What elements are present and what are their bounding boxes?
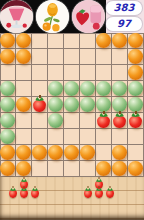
board-cell-r6c4[interactable] bbox=[48, 113, 64, 129]
board-cell-r6c3[interactable] bbox=[32, 113, 48, 129]
board-cell-r8c6[interactable] bbox=[80, 145, 96, 161]
strawberry-piece bbox=[97, 116, 110, 128]
board-cell-r4c1[interactable] bbox=[0, 81, 16, 97]
board-cell-r8c4[interactable] bbox=[48, 145, 64, 161]
orange-piece bbox=[128, 33, 143, 48]
orange-piece bbox=[0, 161, 15, 176]
board-cell-r1c9[interactable] bbox=[128, 33, 144, 49]
board-cell-r3c4[interactable] bbox=[48, 65, 64, 81]
green-apple-piece bbox=[64, 97, 79, 112]
orange-piece bbox=[16, 49, 31, 64]
collected-strawberry bbox=[106, 190, 114, 198]
board-cell-r8c7[interactable] bbox=[96, 145, 112, 161]
orange-piece bbox=[112, 33, 127, 48]
orange-piece bbox=[64, 145, 79, 160]
score-badge-top: 383 bbox=[106, 1, 142, 15]
board-cell-r2c6[interactable] bbox=[80, 49, 96, 65]
board-cell-r1c2[interactable] bbox=[16, 33, 32, 49]
board-cell-r7c3[interactable] bbox=[32, 129, 48, 145]
board-cell-r4c5[interactable] bbox=[64, 81, 80, 97]
board-cell-r6c2[interactable] bbox=[16, 113, 32, 129]
orange-piece bbox=[96, 161, 111, 176]
board-cell-r4c9[interactable] bbox=[128, 81, 144, 97]
strawberry-dessert-icon bbox=[72, 0, 105, 33]
board-cell-r5c5[interactable] bbox=[64, 97, 80, 113]
board-cell-r6c7[interactable] bbox=[96, 113, 112, 129]
board-cell-r5c3[interactable] bbox=[32, 97, 48, 113]
board-cell-r6c6[interactable] bbox=[80, 113, 96, 129]
board-cell-r8c5[interactable] bbox=[64, 145, 80, 161]
board-cell-r7c5[interactable] bbox=[64, 129, 80, 145]
orange-piece bbox=[16, 145, 31, 160]
board-cell-r7c4[interactable] bbox=[48, 129, 64, 145]
orange-piece bbox=[128, 49, 143, 64]
green-apple-piece bbox=[128, 81, 143, 96]
strawberry-dessert-recipe-icon[interactable] bbox=[72, 0, 105, 33]
orange-piece bbox=[0, 145, 15, 160]
green-apple-piece bbox=[112, 97, 127, 112]
board-cell-r3c6[interactable] bbox=[80, 65, 96, 81]
board-cell-r1c1[interactable] bbox=[0, 33, 16, 49]
board-cell-r3c2[interactable] bbox=[16, 65, 32, 81]
strawberry-piece bbox=[33, 100, 46, 112]
green-apple-piece bbox=[112, 81, 127, 96]
green-apple-piece bbox=[96, 81, 111, 96]
board-cell-r2c9[interactable] bbox=[128, 49, 144, 65]
smoothie-recipe-icon[interactable] bbox=[0, 0, 33, 33]
board-cell-r2c4[interactable] bbox=[48, 49, 64, 65]
green-apple-piece bbox=[0, 97, 15, 112]
green-apple-piece bbox=[48, 113, 63, 128]
board-cell-r8c1[interactable] bbox=[0, 145, 16, 161]
green-apple-piece bbox=[0, 113, 15, 128]
board-cell-r2c2[interactable] bbox=[16, 49, 32, 65]
board-cell-r4c8[interactable] bbox=[112, 81, 128, 97]
orange-piece bbox=[128, 161, 143, 176]
board-cell-r4c2[interactable] bbox=[16, 81, 32, 97]
board-cell-r3c3[interactable] bbox=[32, 65, 48, 81]
green-apple-piece bbox=[64, 81, 79, 96]
orange-flower-icon bbox=[36, 0, 69, 33]
green-apple-piece bbox=[48, 97, 63, 112]
collected-strawberries-right bbox=[84, 181, 114, 198]
game-screen: 383 97 bbox=[0, 0, 144, 220]
green-apple-piece bbox=[48, 81, 63, 96]
board-cell-r5c2[interactable] bbox=[16, 97, 32, 113]
green-apple-piece bbox=[128, 97, 143, 112]
board-cell-r8c8[interactable] bbox=[112, 145, 128, 161]
orange-piece bbox=[112, 145, 127, 160]
board-cell-r9c5[interactable] bbox=[64, 161, 80, 177]
orange-piece bbox=[128, 65, 143, 80]
board-cell-r3c5[interactable] bbox=[64, 65, 80, 81]
orange-piece bbox=[0, 33, 15, 48]
board-cell-r6c8[interactable] bbox=[112, 113, 128, 129]
board-cell-r9c1[interactable] bbox=[0, 161, 16, 177]
board-cell-r7c6[interactable] bbox=[80, 129, 96, 145]
score-value-bottom: 97 bbox=[117, 19, 131, 29]
board-cell-r9c9[interactable] bbox=[128, 161, 144, 177]
board-cell-r5c4[interactable] bbox=[48, 97, 64, 113]
board-cell-r7c1[interactable] bbox=[0, 129, 16, 145]
green-apple-piece bbox=[80, 81, 95, 96]
board-cell-r9c2[interactable] bbox=[16, 161, 32, 177]
collected-strawberry bbox=[20, 190, 28, 198]
board-cell-r7c7[interactable] bbox=[96, 129, 112, 145]
board-cell-r1c4[interactable] bbox=[48, 33, 64, 49]
board-cell-r9c7[interactable] bbox=[96, 161, 112, 177]
board-cell-r1c3[interactable] bbox=[32, 33, 48, 49]
board-cell-r1c5[interactable] bbox=[64, 33, 80, 49]
green-apple-piece bbox=[0, 81, 15, 96]
board-cell-r7c2[interactable] bbox=[16, 129, 32, 145]
green-apple-piece bbox=[80, 97, 95, 112]
board-cell-r3c1[interactable] bbox=[0, 65, 16, 81]
score-badge-bottom: 97 bbox=[106, 17, 142, 31]
green-apple-piece bbox=[96, 97, 111, 112]
strawberry-piece bbox=[129, 116, 142, 128]
score-badges: 383 97 bbox=[106, 1, 142, 31]
collected-strawberries-left bbox=[9, 181, 39, 198]
board-cell-r5c1[interactable] bbox=[0, 97, 16, 113]
board-cell-r8c3[interactable] bbox=[32, 145, 48, 161]
collected-strawberry bbox=[9, 190, 17, 198]
orange-piece bbox=[80, 145, 95, 160]
board-cell-r3c7[interactable] bbox=[96, 65, 112, 81]
board-cell-r8c2[interactable] bbox=[16, 145, 32, 161]
board-cell-r2c7[interactable] bbox=[96, 49, 112, 65]
board-cell-r6c9[interactable] bbox=[128, 113, 144, 129]
board-cell-r6c1[interactable] bbox=[0, 113, 16, 129]
green-apple-piece bbox=[0, 129, 15, 144]
score-value-top: 383 bbox=[114, 3, 135, 13]
board-cell-r3c8[interactable] bbox=[112, 65, 128, 81]
board-cell-r1c6[interactable] bbox=[80, 33, 96, 49]
board-cell-r5c6[interactable] bbox=[80, 97, 96, 113]
orange-piece bbox=[0, 49, 15, 64]
board-cell-r8c9[interactable] bbox=[128, 145, 144, 161]
orange-piece bbox=[32, 145, 47, 160]
orange-piece bbox=[16, 161, 31, 176]
orange-piece bbox=[112, 161, 127, 176]
board-cell-r1c8[interactable] bbox=[112, 33, 128, 49]
collected-fruit-tray bbox=[0, 177, 144, 220]
smoothie-icon bbox=[0, 0, 33, 33]
board-cell-r7c9[interactable] bbox=[128, 129, 144, 145]
board-cell-r2c8[interactable] bbox=[112, 49, 128, 65]
board-cell-r7c8[interactable] bbox=[112, 129, 128, 145]
orange-piece bbox=[96, 33, 111, 48]
board-cell-r4c7[interactable] bbox=[96, 81, 112, 97]
board-cell-r2c1[interactable] bbox=[0, 49, 16, 65]
orange-piece bbox=[48, 145, 63, 160]
game-board bbox=[0, 33, 144, 177]
orange-piece bbox=[16, 97, 31, 112]
top-bar: 383 97 bbox=[0, 0, 144, 33]
strawberry-piece bbox=[113, 116, 126, 128]
board-cell-r9c3[interactable] bbox=[32, 161, 48, 177]
board-cell-r1c7[interactable] bbox=[96, 33, 112, 49]
board-cell-r4c4[interactable] bbox=[48, 81, 64, 97]
board-cell-r9c4[interactable] bbox=[48, 161, 64, 177]
board-cell-r9c6[interactable] bbox=[80, 161, 96, 177]
collected-strawberry bbox=[31, 190, 39, 198]
collected-strawberry bbox=[95, 190, 103, 198]
orange-piece bbox=[16, 33, 31, 48]
board-cell-r3c9[interactable] bbox=[128, 65, 144, 81]
board-cell-r9c8[interactable] bbox=[112, 161, 128, 177]
board-cell-r4c6[interactable] bbox=[80, 81, 96, 97]
orange-flower-recipe-icon[interactable] bbox=[36, 0, 69, 33]
collected-strawberry bbox=[84, 190, 92, 198]
board-cell-r2c3[interactable] bbox=[32, 49, 48, 65]
board-cell-r2c5[interactable] bbox=[64, 49, 80, 65]
board-cell-r6c5[interactable] bbox=[64, 113, 80, 129]
